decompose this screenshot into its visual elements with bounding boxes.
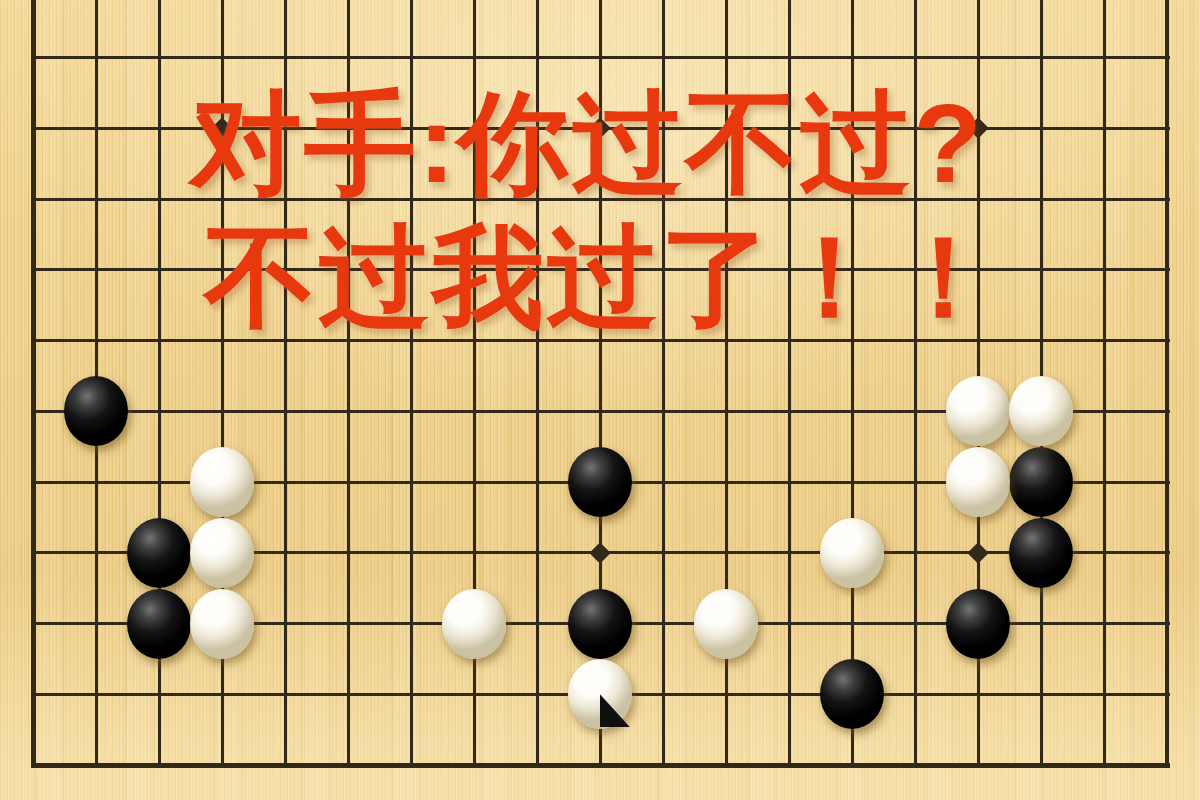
white-stone	[442, 589, 506, 659]
white-stone	[190, 447, 254, 517]
caption-line-2: 不过我过了！！	[204, 222, 1002, 334]
grid-line-vertical	[31, 0, 36, 768]
white-stone	[694, 589, 758, 659]
last-move-triangle-marker	[600, 694, 630, 727]
caption-line-1: 对手:你过不过?	[190, 88, 984, 200]
black-stone	[127, 589, 191, 659]
go-board-screenshot: 对手:你过不过? 不过我过了！！	[0, 0, 1200, 800]
black-stone	[1009, 518, 1073, 588]
black-stone	[568, 589, 632, 659]
black-stone	[64, 376, 128, 446]
white-stone	[190, 518, 254, 588]
black-stone	[568, 447, 632, 517]
black-stone	[820, 659, 884, 729]
black-stone	[946, 589, 1010, 659]
white-stone	[568, 659, 632, 729]
grid-line-horizontal	[31, 56, 1170, 59]
black-stone	[1009, 447, 1073, 517]
white-stone	[190, 589, 254, 659]
grid-line-vertical	[1165, 0, 1169, 768]
star-point	[967, 542, 988, 563]
white-stone	[820, 518, 884, 588]
grid-line-vertical	[1103, 0, 1106, 768]
white-stone	[946, 376, 1010, 446]
star-point	[589, 542, 610, 563]
white-stone	[946, 447, 1010, 517]
white-stone	[1009, 376, 1073, 446]
black-stone	[127, 518, 191, 588]
grid-line-horizontal	[31, 763, 1170, 768]
